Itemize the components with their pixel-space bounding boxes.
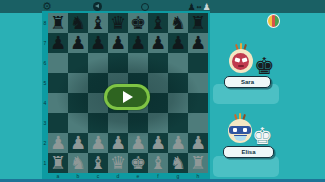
- game-screen: ⚙ ♟ ↔ ♟ 87654321 ♜♞♝♛♚♝♞♜♟♟♟♟♟♟♟♟♟♟♟♟♟♟♟…: [0, 0, 325, 182]
- square-c8[interactable]: ♝: [88, 13, 108, 33]
- square-h2[interactable]: ♟: [188, 133, 208, 153]
- avatar-red-mask: [232, 53, 249, 70]
- square-a8[interactable]: ♜: [48, 13, 68, 33]
- square-e7[interactable]: ♟: [128, 33, 148, 53]
- square-e1[interactable]: ♚: [128, 153, 148, 173]
- square-b2[interactable]: ♟: [68, 133, 88, 153]
- white-pawn: ♟: [168, 133, 188, 153]
- square-f8[interactable]: ♝: [148, 13, 168, 33]
- square-d7[interactable]: ♟: [108, 33, 128, 53]
- square-b8[interactable]: ♞: [68, 13, 88, 33]
- white-bishop: ♝: [88, 153, 108, 173]
- square-b5[interactable]: [68, 73, 88, 93]
- black-rook: ♜: [188, 13, 208, 33]
- square-h3[interactable]: [188, 113, 208, 133]
- back-circle: [93, 2, 102, 11]
- player-name-elisa[interactable]: Elisa: [223, 146, 274, 158]
- captured-pieces-tray-white: [213, 156, 279, 177]
- square-g4[interactable]: [168, 93, 188, 113]
- square-d3[interactable]: [108, 113, 128, 133]
- square-c6[interactable]: [88, 53, 108, 73]
- square-a2[interactable]: ♟: [48, 133, 68, 153]
- black-pawn: ♟: [128, 33, 148, 53]
- square-g2[interactable]: ♟: [168, 133, 188, 153]
- black-pawn: ♟: [168, 33, 188, 53]
- square-b6[interactable]: [68, 53, 88, 73]
- square-c2[interactable]: ♟: [88, 133, 108, 153]
- white-pawn-icon: ♟: [203, 2, 211, 12]
- square-a4[interactable]: [48, 93, 68, 113]
- square-a1[interactable]: ♜: [48, 153, 68, 173]
- black-pawn: ♟: [188, 33, 208, 53]
- square-f5[interactable]: [148, 73, 168, 93]
- square-h6[interactable]: [188, 53, 208, 73]
- square-g3[interactable]: [168, 113, 188, 133]
- play-button-inner: [107, 87, 147, 107]
- white-king: ♚: [128, 153, 148, 173]
- square-c3[interactable]: [88, 113, 108, 133]
- square-h8[interactable]: ♜: [188, 13, 208, 33]
- square-e3[interactable]: [128, 113, 148, 133]
- square-a3[interactable]: [48, 113, 68, 133]
- square-h1[interactable]: ♜: [188, 153, 208, 173]
- white-bishop: ♝: [148, 153, 168, 173]
- white-pawn: ♟: [88, 133, 108, 153]
- achievement-badge-icon[interactable]: [267, 14, 280, 28]
- mouth-icon: [238, 65, 244, 67]
- black-pawn: ♟: [68, 33, 88, 53]
- black-pawn-icon: ♟: [187, 2, 195, 12]
- square-f3[interactable]: [148, 113, 168, 133]
- player-name-sara[interactable]: Sara: [224, 76, 271, 88]
- play-icon: [123, 91, 133, 103]
- black-pawn: ♟: [88, 33, 108, 53]
- square-h7[interactable]: ♟: [188, 33, 208, 53]
- square-c7[interactable]: ♟: [88, 33, 108, 53]
- player-name-label: Elisa: [241, 149, 255, 155]
- avatar-sara[interactable]: [228, 44, 254, 74]
- square-b1[interactable]: ♞: [68, 153, 88, 173]
- black-bishop: ♝: [88, 13, 108, 33]
- white-pawn: ♟: [48, 133, 68, 153]
- square-g8[interactable]: ♞: [168, 13, 188, 33]
- white-pawn: ♟: [128, 133, 148, 153]
- square-f6[interactable]: [148, 53, 168, 73]
- white-pawn: ♟: [68, 133, 88, 153]
- square-b7[interactable]: ♟: [68, 33, 88, 53]
- square-a5[interactable]: [48, 73, 68, 93]
- square-d6[interactable]: [108, 53, 128, 73]
- bottom-edge: [0, 179, 325, 182]
- play-button[interactable]: [104, 84, 150, 110]
- square-e6[interactable]: [128, 53, 148, 73]
- eye-icon: [233, 128, 237, 131]
- square-f7[interactable]: ♟: [148, 33, 168, 53]
- square-e2[interactable]: ♟: [128, 133, 148, 153]
- square-f1[interactable]: ♝: [148, 153, 168, 173]
- black-pawn: ♟: [48, 33, 68, 53]
- square-b4[interactable]: [68, 93, 88, 113]
- white-knight: ♞: [168, 153, 188, 173]
- white-pawn: ♟: [108, 133, 128, 153]
- white-knight: ♞: [68, 153, 88, 173]
- square-a6[interactable]: [48, 53, 68, 73]
- eye-icon: [243, 128, 247, 131]
- black-rook: ♜: [48, 13, 68, 33]
- square-f4[interactable]: [148, 93, 168, 113]
- square-d8[interactable]: ♛: [108, 13, 128, 33]
- white-rook: ♜: [48, 153, 68, 173]
- swap-arrow-icon: ↔: [196, 3, 201, 10]
- square-d2[interactable]: ♟: [108, 133, 128, 153]
- square-h4[interactable]: [188, 93, 208, 113]
- square-b3[interactable]: [68, 113, 88, 133]
- avatar-blue-mask: [229, 126, 251, 134]
- square-g5[interactable]: [168, 73, 188, 93]
- square-g6[interactable]: [168, 53, 188, 73]
- black-pawn: ♟: [108, 33, 128, 53]
- black-knight: ♞: [68, 13, 88, 33]
- black-king: ♚: [128, 13, 148, 33]
- black-knight: ♞: [168, 13, 188, 33]
- player-name-label: Sara: [241, 79, 254, 85]
- player-side-king-black: ♚: [254, 55, 275, 78]
- square-d1[interactable]: ♛: [108, 153, 128, 173]
- square-h5[interactable]: [188, 73, 208, 93]
- square-f2[interactable]: ♟: [148, 133, 168, 153]
- square-a7[interactable]: ♟: [48, 33, 68, 53]
- white-pawn: ♟: [148, 133, 168, 153]
- white-queen: ♛: [108, 153, 128, 173]
- avatar-elisa[interactable]: [227, 114, 253, 144]
- black-bishop: ♝: [148, 13, 168, 33]
- black-queen: ♛: [108, 13, 128, 33]
- white-rook: ♜: [188, 153, 208, 173]
- eye-icon: [234, 57, 240, 62]
- square-c1[interactable]: ♝: [88, 153, 108, 173]
- back-triangle-icon: [95, 4, 99, 8]
- black-pawn: ♟: [148, 33, 168, 53]
- square-g1[interactable]: ♞: [168, 153, 188, 173]
- white-pawn: ♟: [188, 133, 208, 153]
- square-g7[interactable]: ♟: [168, 33, 188, 53]
- player-side-king-white: ♚: [252, 125, 273, 148]
- square-e8[interactable]: ♚: [128, 13, 148, 33]
- eye-icon: [241, 57, 247, 62]
- restart-ring-icon: [141, 3, 149, 11]
